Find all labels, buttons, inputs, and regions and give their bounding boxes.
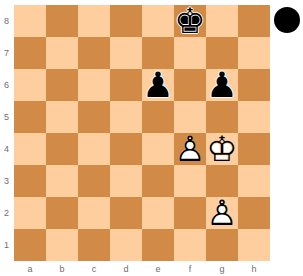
rank-label-3: 3 [0,165,13,197]
square-g8[interactable] [206,5,238,37]
rank-label-7: 7 [0,37,13,69]
square-g2[interactable]: ♟♙ [206,197,238,229]
file-label-h: h [238,263,270,275]
white-pawn-outline: ♙ [174,133,206,165]
square-g7[interactable] [206,37,238,69]
square-d8[interactable] [110,5,142,37]
black-to-move-indicator [274,7,300,33]
square-h2[interactable] [238,197,270,229]
square-c8[interactable] [78,5,110,37]
square-h1[interactable] [238,229,270,261]
rank-label-4: 4 [0,133,13,165]
square-e5[interactable] [142,101,174,133]
square-c5[interactable] [78,101,110,133]
square-a7[interactable] [14,37,46,69]
square-b7[interactable] [46,37,78,69]
square-d7[interactable] [110,37,142,69]
square-h6[interactable] [238,69,270,101]
square-a5[interactable] [14,101,46,133]
rank-label-2: 2 [0,197,13,229]
square-e6[interactable]: ♟ [142,69,174,101]
square-e7[interactable] [142,37,174,69]
rank-label-8: 8 [0,5,13,37]
square-a3[interactable] [14,165,46,197]
black-king: ♚ [174,5,206,37]
square-c6[interactable] [78,69,110,101]
white-king-outline: ♔ [206,133,238,165]
square-d6[interactable] [110,69,142,101]
white-pawn-fill: ♟ [174,133,206,165]
rank-label-6: 6 [0,69,13,101]
square-c1[interactable] [78,229,110,261]
rank-label-1: 1 [0,229,13,261]
square-e3[interactable] [142,165,174,197]
square-h4[interactable] [238,133,270,165]
square-c7[interactable] [78,37,110,69]
white-king: ♚♔ [206,133,238,165]
square-h7[interactable] [238,37,270,69]
black-pawn-glyph: ♟ [206,69,238,101]
rank-labels: 87654321 [0,5,13,261]
square-g1[interactable] [206,229,238,261]
black-pawn: ♟ [206,69,238,101]
white-pawn: ♟♙ [206,197,238,229]
file-label-e: e [142,263,174,275]
square-h3[interactable] [238,165,270,197]
square-d1[interactable] [110,229,142,261]
square-b8[interactable] [46,5,78,37]
square-h5[interactable] [238,101,270,133]
file-label-a: a [14,263,46,275]
black-pawn: ♟ [142,69,174,101]
square-f2[interactable] [174,197,206,229]
square-f5[interactable] [174,101,206,133]
square-b5[interactable] [46,101,78,133]
square-b1[interactable] [46,229,78,261]
white-pawn-fill: ♟ [206,197,238,229]
square-f3[interactable] [174,165,206,197]
square-g3[interactable] [206,165,238,197]
square-g4[interactable]: ♚♔ [206,133,238,165]
square-h8[interactable] [238,5,270,37]
square-a1[interactable] [14,229,46,261]
rank-label-5: 5 [0,101,13,133]
file-labels: abcdefgh [14,263,270,275]
black-king-glyph: ♚ [174,5,206,37]
chess-diagram: 87654321 ♚♟♟♟♙♚♔♟♙ abcdefgh [0,0,303,276]
square-b6[interactable] [46,69,78,101]
square-e1[interactable] [142,229,174,261]
chess-board: ♚♟♟♟♙♚♔♟♙ [14,5,270,261]
white-pawn: ♟♙ [174,133,206,165]
white-king-fill: ♚ [206,133,238,165]
square-e8[interactable] [142,5,174,37]
square-b3[interactable] [46,165,78,197]
square-c4[interactable] [78,133,110,165]
black-pawn-glyph: ♟ [142,69,174,101]
square-g6[interactable]: ♟ [206,69,238,101]
square-d4[interactable] [110,133,142,165]
square-f1[interactable] [174,229,206,261]
square-a2[interactable] [14,197,46,229]
file-label-g: g [206,263,238,275]
square-d2[interactable] [110,197,142,229]
square-a8[interactable] [14,5,46,37]
square-a6[interactable] [14,69,46,101]
square-e2[interactable] [142,197,174,229]
square-b4[interactable] [46,133,78,165]
file-label-c: c [78,263,110,275]
square-b2[interactable] [46,197,78,229]
square-g5[interactable] [206,101,238,133]
square-d5[interactable] [110,101,142,133]
white-pawn-outline: ♙ [206,197,238,229]
square-f4[interactable]: ♟♙ [174,133,206,165]
square-a4[interactable] [14,133,46,165]
square-c3[interactable] [78,165,110,197]
square-d3[interactable] [110,165,142,197]
square-f6[interactable] [174,69,206,101]
file-label-d: d [110,263,142,275]
file-label-f: f [174,263,206,275]
square-e4[interactable] [142,133,174,165]
square-f8[interactable]: ♚ [174,5,206,37]
square-c2[interactable] [78,197,110,229]
file-label-b: b [46,263,78,275]
square-f7[interactable] [174,37,206,69]
